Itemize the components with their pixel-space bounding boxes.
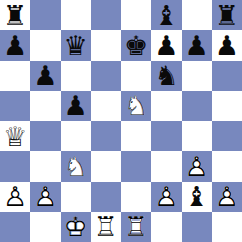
- square-h5[interactable]: [212, 91, 242, 121]
- square-h4[interactable]: [212, 121, 242, 151]
- black-pawn-icon: ♟: [61, 91, 91, 121]
- piece-black-pawn[interactable]: ♟: [151, 30, 181, 60]
- piece-white-king[interactable]: ♚♔: [61, 212, 91, 242]
- square-a2[interactable]: ♟♙: [0, 182, 30, 212]
- black-king-icon: ♚: [121, 30, 151, 60]
- square-g6[interactable]: [182, 61, 212, 91]
- white-pawn-outline-icon: ♙: [182, 151, 212, 181]
- piece-white-knight[interactable]: ♞♘: [61, 151, 91, 181]
- white-rook-outline-icon: ♖: [91, 212, 121, 242]
- square-d1[interactable]: ♜♖: [91, 212, 121, 242]
- square-c5[interactable]: ♟: [61, 91, 91, 121]
- piece-black-rook[interactable]: ♜: [0, 0, 30, 30]
- square-b1[interactable]: [30, 212, 60, 242]
- square-e8[interactable]: [121, 0, 151, 30]
- square-g3[interactable]: ♟♙: [182, 151, 212, 181]
- piece-black-king[interactable]: ♚: [121, 30, 151, 60]
- white-queen-outline-icon: ♕: [0, 121, 30, 151]
- square-h3[interactable]: [212, 151, 242, 181]
- piece-black-pawn[interactable]: ♟: [61, 91, 91, 121]
- square-g5[interactable]: [182, 91, 212, 121]
- piece-black-pawn[interactable]: ♟: [212, 30, 242, 60]
- black-bishop-icon: ♝: [151, 0, 181, 30]
- square-d8[interactable]: [91, 0, 121, 30]
- square-c7[interactable]: ♛: [61, 30, 91, 60]
- square-g4[interactable]: [182, 121, 212, 151]
- square-e5[interactable]: ♞♘: [121, 91, 151, 121]
- chess-board: ♜♝♜♟♛♚♟♟♟♟♞♟♞♘♛♕♞♘♟♙♟♙♟♙♟♙♝♟♙♚♔♜♖♜♖: [0, 0, 242, 242]
- black-rook-icon: ♜: [212, 0, 242, 30]
- black-rook-icon: ♜: [0, 0, 30, 30]
- square-f6[interactable]: ♞: [151, 61, 181, 91]
- white-king-outline-icon: ♔: [61, 212, 91, 242]
- square-b7[interactable]: [30, 30, 60, 60]
- black-bishop-icon: ♝: [182, 182, 212, 212]
- square-f5[interactable]: [151, 91, 181, 121]
- black-pawn-icon: ♟: [0, 30, 30, 60]
- square-h6[interactable]: [212, 61, 242, 91]
- black-pawn-icon: ♟: [212, 30, 242, 60]
- square-d6[interactable]: [91, 61, 121, 91]
- square-c6[interactable]: [61, 61, 91, 91]
- square-e3[interactable]: [121, 151, 151, 181]
- square-e7[interactable]: ♚: [121, 30, 151, 60]
- white-pawn-outline-icon: ♙: [212, 182, 242, 212]
- square-f7[interactable]: ♟: [151, 30, 181, 60]
- square-b4[interactable]: [30, 121, 60, 151]
- square-d5[interactable]: [91, 91, 121, 121]
- piece-white-rook[interactable]: ♜♖: [91, 212, 121, 242]
- square-b6[interactable]: ♟: [30, 61, 60, 91]
- square-f2[interactable]: ♟♙: [151, 182, 181, 212]
- piece-black-bishop[interactable]: ♝: [182, 182, 212, 212]
- square-b2[interactable]: ♟♙: [30, 182, 60, 212]
- piece-white-pawn[interactable]: ♟♙: [182, 151, 212, 181]
- square-g7[interactable]: ♟: [182, 30, 212, 60]
- square-d2[interactable]: [91, 182, 121, 212]
- piece-black-queen[interactable]: ♛: [61, 30, 91, 60]
- square-h8[interactable]: ♜: [212, 0, 242, 30]
- piece-white-queen[interactable]: ♛♕: [0, 121, 30, 151]
- square-h7[interactable]: ♟: [212, 30, 242, 60]
- square-c1[interactable]: ♚♔: [61, 212, 91, 242]
- square-a7[interactable]: ♟: [0, 30, 30, 60]
- square-b8[interactable]: [30, 0, 60, 30]
- square-e2[interactable]: [121, 182, 151, 212]
- piece-black-rook[interactable]: ♜: [212, 0, 242, 30]
- piece-black-pawn[interactable]: ♟: [0, 30, 30, 60]
- square-g1[interactable]: [182, 212, 212, 242]
- square-g8[interactable]: [182, 0, 212, 30]
- square-a6[interactable]: [0, 61, 30, 91]
- square-b3[interactable]: [30, 151, 60, 181]
- square-f3[interactable]: [151, 151, 181, 181]
- piece-white-pawn[interactable]: ♟♙: [212, 182, 242, 212]
- square-e1[interactable]: ♜♖: [121, 212, 151, 242]
- piece-white-rook[interactable]: ♜♖: [121, 212, 151, 242]
- white-knight-outline-icon: ♘: [121, 91, 151, 121]
- square-h1[interactable]: [212, 212, 242, 242]
- square-g2[interactable]: ♝: [182, 182, 212, 212]
- square-e4[interactable]: [121, 121, 151, 151]
- square-a3[interactable]: [0, 151, 30, 181]
- square-d4[interactable]: [91, 121, 121, 151]
- square-a5[interactable]: [0, 91, 30, 121]
- square-c2[interactable]: [61, 182, 91, 212]
- square-a4[interactable]: ♛♕: [0, 121, 30, 151]
- piece-black-bishop[interactable]: ♝: [151, 0, 181, 30]
- square-b5[interactable]: [30, 91, 60, 121]
- white-pawn-outline-icon: ♙: [0, 182, 30, 212]
- square-h2[interactable]: ♟♙: [212, 182, 242, 212]
- square-a8[interactable]: ♜: [0, 0, 30, 30]
- square-d7[interactable]: [91, 30, 121, 60]
- square-a1[interactable]: [0, 212, 30, 242]
- piece-white-pawn[interactable]: ♟♙: [151, 182, 181, 212]
- square-c3[interactable]: ♞♘: [61, 151, 91, 181]
- square-f4[interactable]: [151, 121, 181, 151]
- square-e6[interactable]: [121, 61, 151, 91]
- square-f8[interactable]: ♝: [151, 0, 181, 30]
- piece-white-pawn[interactable]: ♟♙: [0, 182, 30, 212]
- piece-black-pawn[interactable]: ♟: [182, 30, 212, 60]
- square-c8[interactable]: [61, 0, 91, 30]
- white-pawn-outline-icon: ♙: [151, 182, 181, 212]
- piece-white-knight[interactable]: ♞♘: [121, 91, 151, 121]
- piece-black-knight[interactable]: ♞: [151, 61, 181, 91]
- square-f1[interactable]: [151, 212, 181, 242]
- piece-white-pawn[interactable]: ♟♙: [30, 182, 60, 212]
- white-pawn-outline-icon: ♙: [30, 182, 60, 212]
- piece-black-pawn[interactable]: ♟: [30, 61, 60, 91]
- black-knight-icon: ♞: [151, 61, 181, 91]
- white-rook-outline-icon: ♖: [121, 212, 151, 242]
- black-pawn-icon: ♟: [182, 30, 212, 60]
- black-queen-icon: ♛: [61, 30, 91, 60]
- square-d3[interactable]: [91, 151, 121, 181]
- black-pawn-icon: ♟: [30, 61, 60, 91]
- black-pawn-icon: ♟: [151, 30, 181, 60]
- white-knight-outline-icon: ♘: [61, 151, 91, 181]
- square-c4[interactable]: [61, 121, 91, 151]
